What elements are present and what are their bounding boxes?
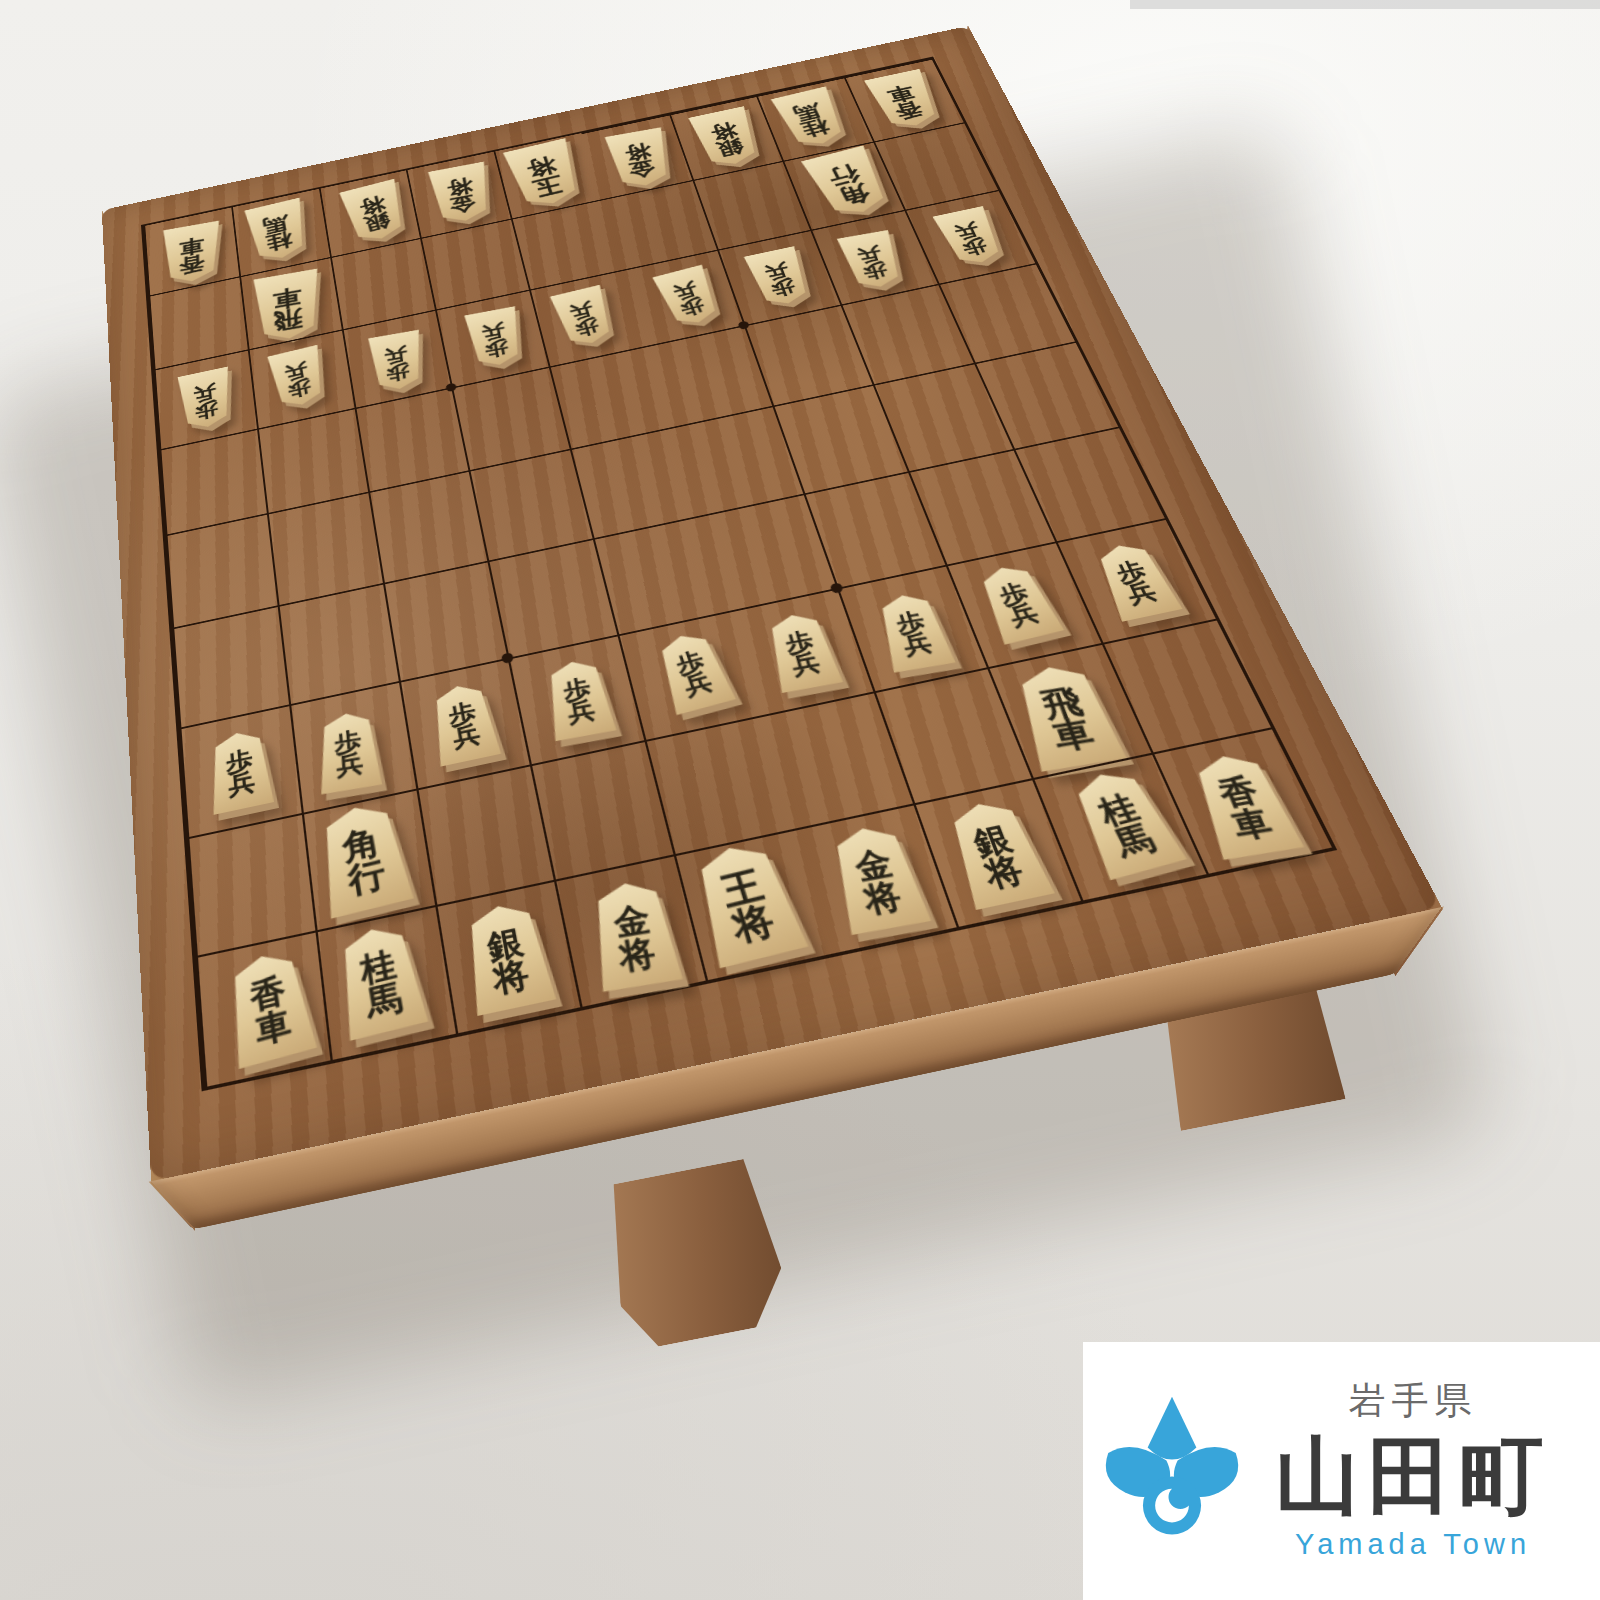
piece-gote-silver: 銀将 [336,178,414,247]
board-cell: 桂馬 [315,906,455,1061]
board-cell: 歩兵 [289,681,416,812]
town-name-label: 山田町 [1255,1420,1571,1534]
piece-gote-pawn: 歩兵 [834,229,911,291]
piece-gote-rook: 飛車 [249,268,327,345]
shogi-board: 香車桂馬銀将金将玉将金将銀将桂馬香車飛車角行歩兵歩兵歩兵歩兵歩兵歩兵歩兵歩兵歩兵… [102,26,1442,1181]
board-cell: 銀将 [435,880,581,1034]
piece-gote-pawn: 歩兵 [264,344,332,412]
board-cell [368,470,488,582]
board-cell: 金将 [793,804,956,954]
piece-gote-knight: 桂馬 [240,197,314,266]
board-cell: 歩兵 [727,588,873,715]
board-cell [416,764,554,905]
piece-gote-silver: 銀将 [684,105,768,170]
piece-gote-pawn: 歩兵 [740,245,817,309]
piece-gote-pawn: 歩兵 [547,284,622,350]
board-cell [1101,619,1271,754]
board-cell: 歩兵 [179,705,301,837]
piece-sente-pawn: 歩兵 [1085,539,1186,623]
board-cell [267,492,383,605]
board-cell [644,716,793,855]
piece-sente-lance: 香車 [1179,749,1310,861]
piece-sente-pawn: 歩兵 [969,560,1069,646]
piece-sente-knight: 桂馬 [1059,763,1193,881]
piece-sente-knight: 桂馬 [328,919,433,1042]
hoshi-dot [829,582,844,594]
board-cell: 王将 [674,829,831,980]
board-cell: 銀将 [913,779,1082,928]
board-cell: 歩兵 [617,612,758,740]
piece-sente-gold: 金将 [582,877,689,993]
piece-gote-pawn: 歩兵 [365,329,429,394]
board-cell [593,516,727,635]
board-cell [803,471,946,588]
prefecture-label: 岩手県 [1255,1376,1571,1426]
board-cell [1013,427,1165,542]
board-cell [488,538,618,658]
piece-gote-knight: 桂馬 [767,85,855,151]
board-cell: 飛車 [987,643,1152,779]
board-cell: 香車 [1152,728,1332,874]
piece-sente-rook: 飛車 [1003,659,1133,772]
piece-gote-pawn: 歩兵 [174,366,237,433]
board-cell [166,513,278,627]
board-cell [873,667,1032,804]
piece-sente-pawn: 歩兵 [312,708,386,795]
board-cell: 歩兵 [508,635,644,764]
photo-backdrop: 香車桂馬銀将金将玉将金将銀将桂馬香車飛車角行歩兵歩兵歩兵歩兵歩兵歩兵歩兵歩兵歩兵… [0,0,1600,1600]
board-cell [530,740,674,880]
board-cell: 金将 [554,855,706,1007]
piece-gote-gold: 金将 [601,127,679,192]
board-cell [172,605,289,728]
piece-sente-gold: 金将 [819,821,937,936]
board-cell: 香車 [196,931,331,1087]
piece-sente-pawn: 歩兵 [203,726,278,816]
piece-sente-pawn: 歩兵 [868,590,959,674]
piece-gote-king: 玉将 [499,137,590,212]
board-cell: 歩兵 [398,658,530,788]
piece-gote-lance: 香車 [860,68,948,132]
board-cell [974,342,1118,449]
piece-sente-king: 王将 [681,836,814,970]
board-cell [277,583,398,705]
piece-sente-lance: 香車 [219,945,323,1071]
yamada-town-logo-plate: 岩手県 山田町 Yamada Town [1083,1342,1600,1600]
board-cell [698,494,837,612]
board-cell: 歩兵 [836,565,987,691]
piece-gote-pawn: 歩兵 [929,205,1011,268]
shogi-board-grid: 香車桂馬銀将金将玉将金将銀将桂馬香車飛車角行歩兵歩兵歩兵歩兵歩兵歩兵歩兵歩兵歩兵… [141,57,1337,1092]
yamada-town-emblem-icon [1097,1392,1247,1544]
board-cell: 桂馬 [1032,753,1207,900]
town-romaji-label: Yamada Town [1255,1528,1571,1561]
piece-sente-bishop: 角行 [309,796,419,919]
board-cell: 角行 [301,789,434,931]
hoshi-dot [501,652,514,664]
piece-gote-lance: 香車 [159,220,224,287]
piece-sente-silver: 銀将 [935,795,1060,911]
piece-gote-pawn: 歩兵 [649,264,728,330]
board-cell [382,561,507,682]
board-cell [908,449,1055,565]
board-cell [759,691,913,829]
piece-sente-silver: 銀将 [455,897,562,1017]
piece-sente-pawn: 歩兵 [424,679,505,767]
piece-sente-pawn: 歩兵 [758,609,847,694]
piece-sente-pawn: 歩兵 [539,656,621,742]
board-cell [187,813,315,956]
board-cell: 歩兵 [1055,519,1215,643]
board-cell: 歩兵 [946,542,1102,667]
piece-gote-gold: 金将 [424,161,498,227]
piece-sente-pawn: 歩兵 [648,627,740,716]
piece-gote-pawn: 歩兵 [461,305,529,370]
